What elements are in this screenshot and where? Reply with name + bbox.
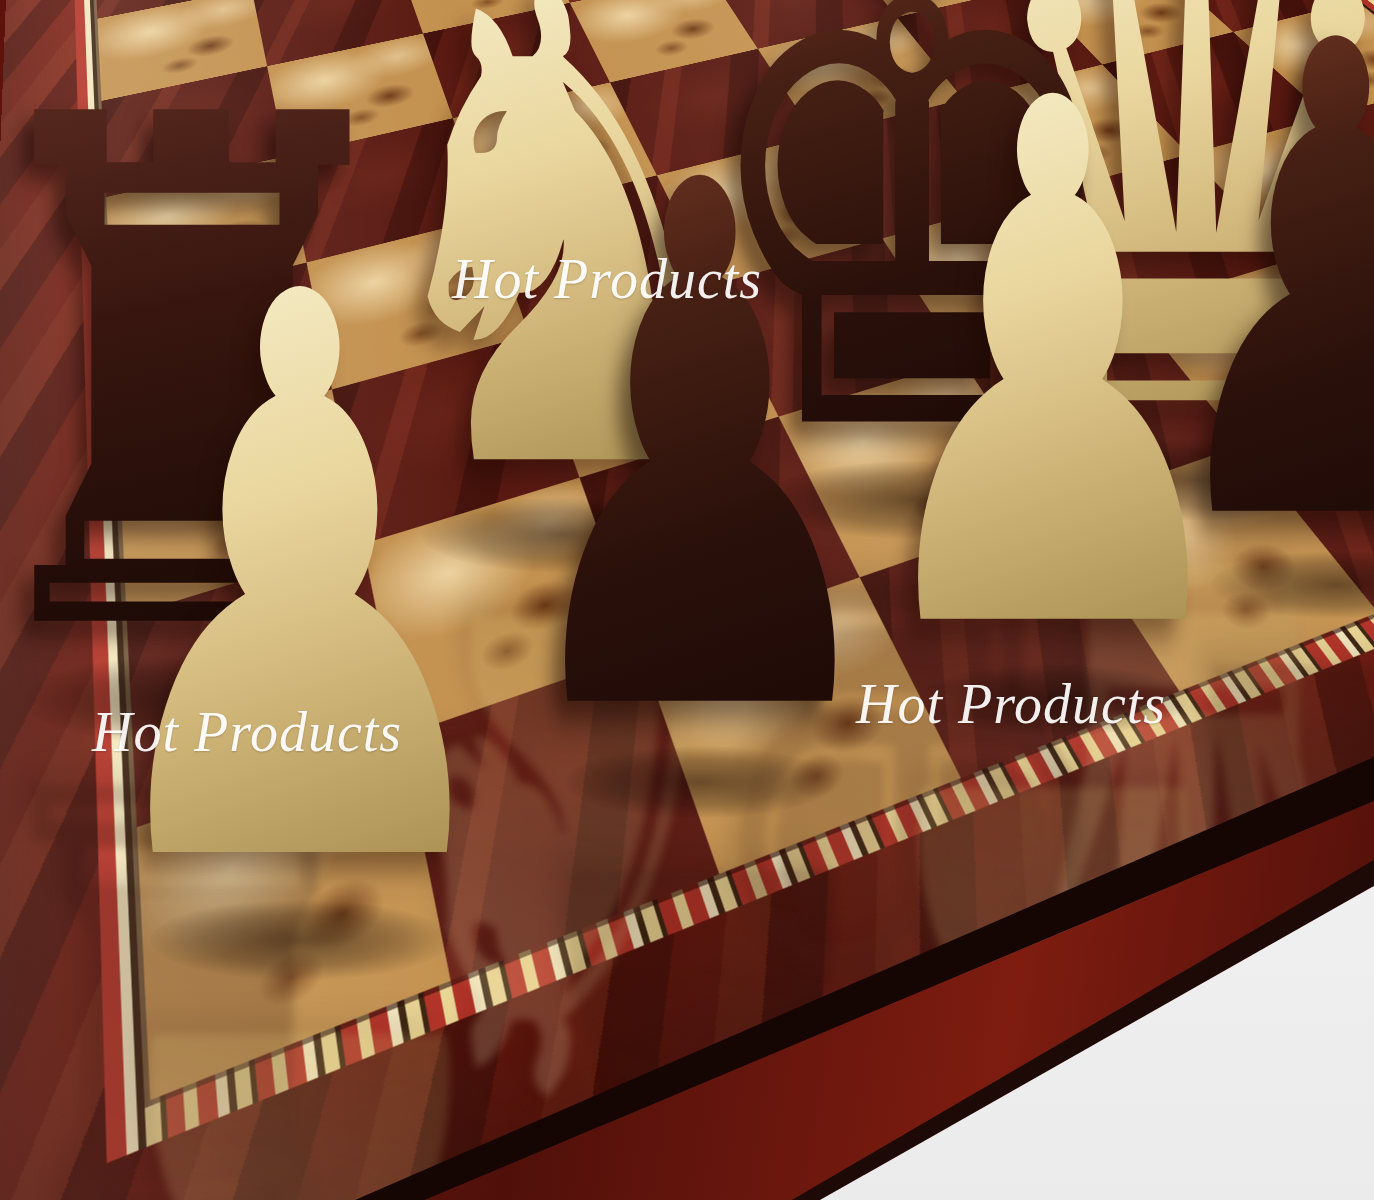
piece-reflection-glyph: ♟ [498, 788, 901, 1200]
white-pawn-glyph: ♟ [851, 38, 1254, 700]
white-pawn-glyph: ♟ [76, 227, 524, 940]
piece-reflection-glyph: ♟ [76, 946, 524, 1200]
piece-reflection-glyph: ♟ [851, 706, 1254, 1200]
product-photo-scene: ♜♜♟♟♞♞♟♟♚♚♟♟♛♛♟♟ Hot ProductsHot Product… [0, 0, 1374, 1200]
black-pawn-glyph: ♟ [498, 120, 901, 782]
